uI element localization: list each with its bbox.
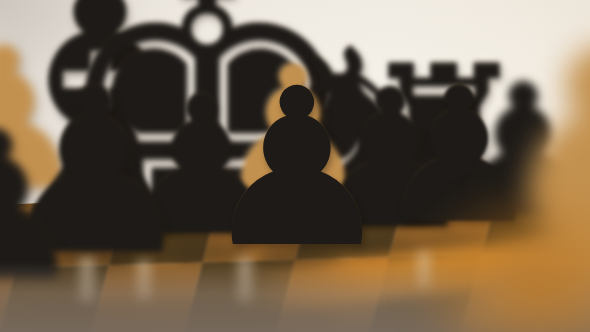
white-pawn-centre: ♟ <box>216 44 370 216</box>
black-bishop: ♝ <box>0 0 248 278</box>
black-king: ♚ <box>51 0 363 278</box>
photo-scene: ♟♝♚♞♜♟♟♟♟♟♟♟♟♟ <box>0 0 590 332</box>
white-pawn-left-edge: ♟ <box>0 22 91 217</box>
foreground-pawn-glow <box>360 180 590 332</box>
black-pawn-behind-king: ♟ <box>115 71 287 263</box>
black-pawn-a: ♟ <box>0 58 197 286</box>
